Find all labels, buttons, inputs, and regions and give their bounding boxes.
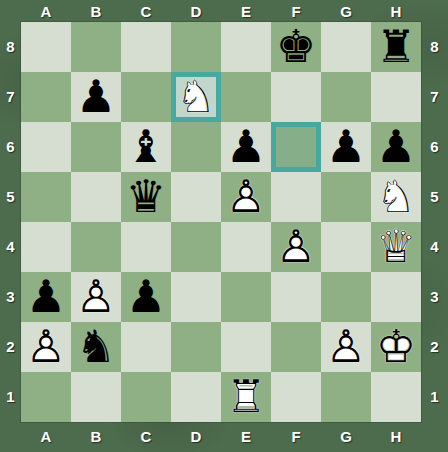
file-label-top-c: C bbox=[121, 0, 171, 22]
square-h7[interactable] bbox=[371, 72, 421, 122]
white-pawn[interactable]: ♟♙ bbox=[271, 222, 321, 272]
black-queen[interactable]: ♛ bbox=[121, 172, 171, 222]
square-d2[interactable] bbox=[171, 322, 221, 372]
square-c6[interactable]: ♝ bbox=[121, 122, 171, 172]
square-a7[interactable] bbox=[21, 72, 71, 122]
white-knight[interactable]: ♞♘ bbox=[171, 72, 221, 122]
file-label-bottom-a: A bbox=[21, 422, 71, 452]
square-a5[interactable] bbox=[21, 172, 71, 222]
square-b8[interactable] bbox=[71, 22, 121, 72]
square-h5[interactable]: ♞♘ bbox=[371, 172, 421, 222]
white-king[interactable]: ♚♔ bbox=[371, 322, 421, 372]
square-c1[interactable] bbox=[121, 372, 171, 422]
square-f2[interactable] bbox=[271, 322, 321, 372]
square-d6[interactable] bbox=[171, 122, 221, 172]
rank-label-right-8: 8 bbox=[421, 22, 448, 72]
rank-label-left-1: 1 bbox=[0, 372, 21, 422]
black-pawn[interactable]: ♟ bbox=[221, 122, 271, 172]
file-label-bottom-f: F bbox=[271, 422, 321, 452]
white-knight[interactable]: ♞♘ bbox=[371, 172, 421, 222]
chess-board-frame: ♚♜♟♞♘♝♟♟♟♛♟♙♞♘♟♙♛♕♟♟♙♟♟♙♞♟♙♚♔♜♖ ABCDEFGH… bbox=[0, 0, 448, 452]
file-label-top-g: G bbox=[321, 0, 371, 22]
black-knight[interactable]: ♞ bbox=[71, 322, 121, 372]
black-pawn[interactable]: ♟ bbox=[121, 272, 171, 322]
square-c2[interactable] bbox=[121, 322, 171, 372]
square-b1[interactable] bbox=[71, 372, 121, 422]
square-e5[interactable]: ♟♙ bbox=[221, 172, 271, 222]
file-label-top-f: F bbox=[271, 0, 321, 22]
file-label-top-e: E bbox=[221, 0, 271, 22]
square-c8[interactable] bbox=[121, 22, 171, 72]
square-b4[interactable] bbox=[71, 222, 121, 272]
square-c5[interactable]: ♛ bbox=[121, 172, 171, 222]
square-d7[interactable]: ♞♘ bbox=[171, 72, 221, 122]
square-e7[interactable] bbox=[221, 72, 271, 122]
square-f3[interactable] bbox=[271, 272, 321, 322]
square-f8[interactable]: ♚ bbox=[271, 22, 321, 72]
rank-label-right-3: 3 bbox=[421, 272, 448, 322]
square-e6[interactable]: ♟ bbox=[221, 122, 271, 172]
black-pawn[interactable]: ♟ bbox=[71, 72, 121, 122]
square-c7[interactable] bbox=[121, 72, 171, 122]
file-label-top-d: D bbox=[171, 0, 221, 22]
square-a2[interactable]: ♟♙ bbox=[21, 322, 71, 372]
file-label-top-a: A bbox=[21, 0, 71, 22]
rank-label-left-2: 2 bbox=[0, 322, 21, 372]
square-h2[interactable]: ♚♔ bbox=[371, 322, 421, 372]
square-e1[interactable]: ♜♖ bbox=[221, 372, 271, 422]
square-a4[interactable] bbox=[21, 222, 71, 272]
rank-label-left-3: 3 bbox=[0, 272, 21, 322]
square-g1[interactable] bbox=[321, 372, 371, 422]
file-label-bottom-h: H bbox=[371, 422, 421, 452]
square-a8[interactable] bbox=[21, 22, 71, 72]
square-c4[interactable] bbox=[121, 222, 171, 272]
rank-label-right-1: 1 bbox=[421, 372, 448, 422]
rank-label-left-6: 6 bbox=[0, 122, 21, 172]
black-pawn[interactable]: ♟ bbox=[21, 272, 71, 322]
square-a3[interactable]: ♟ bbox=[21, 272, 71, 322]
square-g2[interactable]: ♟♙ bbox=[321, 322, 371, 372]
square-e3[interactable] bbox=[221, 272, 271, 322]
square-h4[interactable]: ♛♕ bbox=[371, 222, 421, 272]
black-rook[interactable]: ♜ bbox=[371, 22, 421, 72]
white-queen[interactable]: ♛♕ bbox=[371, 222, 421, 272]
black-pawn[interactable]: ♟ bbox=[321, 122, 371, 172]
square-f5[interactable] bbox=[271, 172, 321, 222]
square-a6[interactable] bbox=[21, 122, 71, 172]
square-f1[interactable] bbox=[271, 372, 321, 422]
rank-label-right-6: 6 bbox=[421, 122, 448, 172]
square-e2[interactable] bbox=[221, 322, 271, 372]
square-c3[interactable]: ♟ bbox=[121, 272, 171, 322]
file-label-bottom-c: C bbox=[121, 422, 171, 452]
white-pawn[interactable]: ♟♙ bbox=[71, 272, 121, 322]
rank-label-left-4: 4 bbox=[0, 222, 21, 272]
square-b2[interactable]: ♞ bbox=[71, 322, 121, 372]
file-label-bottom-e: E bbox=[221, 422, 271, 452]
rank-label-right-7: 7 bbox=[421, 72, 448, 122]
file-label-top-b: B bbox=[71, 0, 121, 22]
black-king[interactable]: ♚ bbox=[271, 22, 321, 72]
square-d5[interactable] bbox=[171, 172, 221, 222]
rank-label-left-8: 8 bbox=[0, 22, 21, 72]
square-b3[interactable]: ♟♙ bbox=[71, 272, 121, 322]
rank-label-left-5: 5 bbox=[0, 172, 21, 222]
white-pawn[interactable]: ♟♙ bbox=[321, 322, 371, 372]
file-label-top-h: H bbox=[371, 0, 421, 22]
square-f4[interactable]: ♟♙ bbox=[271, 222, 321, 272]
square-g6[interactable]: ♟ bbox=[321, 122, 371, 172]
square-b7[interactable]: ♟ bbox=[71, 72, 121, 122]
black-pawn[interactable]: ♟ bbox=[371, 122, 421, 172]
square-b5[interactable] bbox=[71, 172, 121, 222]
square-g3[interactable] bbox=[321, 272, 371, 322]
square-h8[interactable]: ♜ bbox=[371, 22, 421, 72]
file-label-bottom-b: B bbox=[71, 422, 121, 452]
file-label-bottom-g: G bbox=[321, 422, 371, 452]
black-bishop[interactable]: ♝ bbox=[121, 122, 171, 172]
white-rook[interactable]: ♜♖ bbox=[221, 372, 271, 422]
square-b6[interactable] bbox=[71, 122, 121, 172]
square-f6[interactable] bbox=[271, 122, 321, 172]
white-pawn[interactable]: ♟♙ bbox=[221, 172, 271, 222]
square-f7[interactable] bbox=[271, 72, 321, 122]
square-h1[interactable] bbox=[371, 372, 421, 422]
square-g5[interactable] bbox=[321, 172, 371, 222]
rank-label-left-7: 7 bbox=[0, 72, 21, 122]
rank-label-right-2: 2 bbox=[421, 322, 448, 372]
square-g8[interactable] bbox=[321, 22, 371, 72]
square-h6[interactable]: ♟ bbox=[371, 122, 421, 172]
square-a1[interactable] bbox=[21, 372, 71, 422]
square-g7[interactable] bbox=[321, 72, 371, 122]
rank-label-right-5: 5 bbox=[421, 172, 448, 222]
square-d1[interactable] bbox=[171, 372, 221, 422]
white-pawn[interactable]: ♟♙ bbox=[21, 322, 71, 372]
square-d8[interactable] bbox=[171, 22, 221, 72]
square-g4[interactable] bbox=[321, 222, 371, 272]
square-h3[interactable] bbox=[371, 272, 421, 322]
square-e8[interactable] bbox=[221, 22, 271, 72]
file-label-bottom-d: D bbox=[171, 422, 221, 452]
square-d4[interactable] bbox=[171, 222, 221, 272]
square-d3[interactable] bbox=[171, 272, 221, 322]
rank-label-right-4: 4 bbox=[421, 222, 448, 272]
board: ♚♜♟♞♘♝♟♟♟♛♟♙♞♘♟♙♛♕♟♟♙♟♟♙♞♟♙♚♔♜♖ bbox=[21, 22, 421, 422]
square-e4[interactable] bbox=[221, 222, 271, 272]
